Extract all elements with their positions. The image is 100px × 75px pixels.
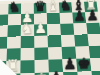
square-d3 [34,60,48,73]
square-g5 [74,34,89,46]
square-f6 [60,23,74,35]
square-f2 [63,72,78,75]
square-e4 [48,47,62,60]
square-h8: ♜ [84,1,98,12]
square-c6: ♞ [21,25,34,37]
square-e8: ♝ [46,3,59,14]
square-c7: ♟ [21,14,34,25]
square-c5 [21,36,35,48]
square-f3: ♟ [62,59,77,72]
square-b4 [7,48,21,61]
square-c4 [21,48,35,61]
square-e7 [47,13,60,24]
square-h2 [91,71,100,75]
square-h5 [87,34,100,46]
square-e3 [48,59,63,72]
square-b5 [7,36,21,48]
square-c3 [20,60,34,73]
square-f7 [60,13,74,24]
square-d4 [34,47,48,60]
board-perspective-wrap: ♞♛♝♞♝♜♟♟♟♞♟♟♜♟♚♚♟ [0,0,100,75]
square-f4 [62,47,77,60]
square-h7: ♟ [85,12,99,23]
square-g3: ♚ [76,58,91,71]
square-b8: ♞ [8,4,21,15]
square-g6 [73,23,87,35]
square-h6 [86,23,100,35]
white-rook-piece: ♜ [82,0,100,12]
square-d8: ♛ [34,3,47,14]
square-h4 [89,46,100,59]
square-d7 [34,13,47,24]
square-f8: ♞ [59,2,72,13]
square-e2: ♟ [49,72,64,75]
square-c2 [20,73,35,75]
photo-scene: ♞♛♝♞♝♜♟♟♟♞♟♟♜♟♚♚♟ [0,0,100,75]
square-g8: ♝ [71,2,85,13]
square-b6 [7,25,21,37]
chess-board: ♞♛♝♞♝♜♟♟♟♞♟♟♜♟♚♚♟ [0,0,100,75]
square-h3 [90,58,100,71]
square-e5 [48,35,62,47]
square-g7: ♟ [72,12,86,23]
square-d5 [34,36,48,48]
square-d2: ♚ [35,73,50,75]
square-c8 [21,3,34,14]
square-f5 [61,35,75,47]
square-e6 [47,24,61,36]
square-b7 [8,14,21,25]
square-d6: ♟ [34,24,47,36]
square-g4 [75,46,90,59]
